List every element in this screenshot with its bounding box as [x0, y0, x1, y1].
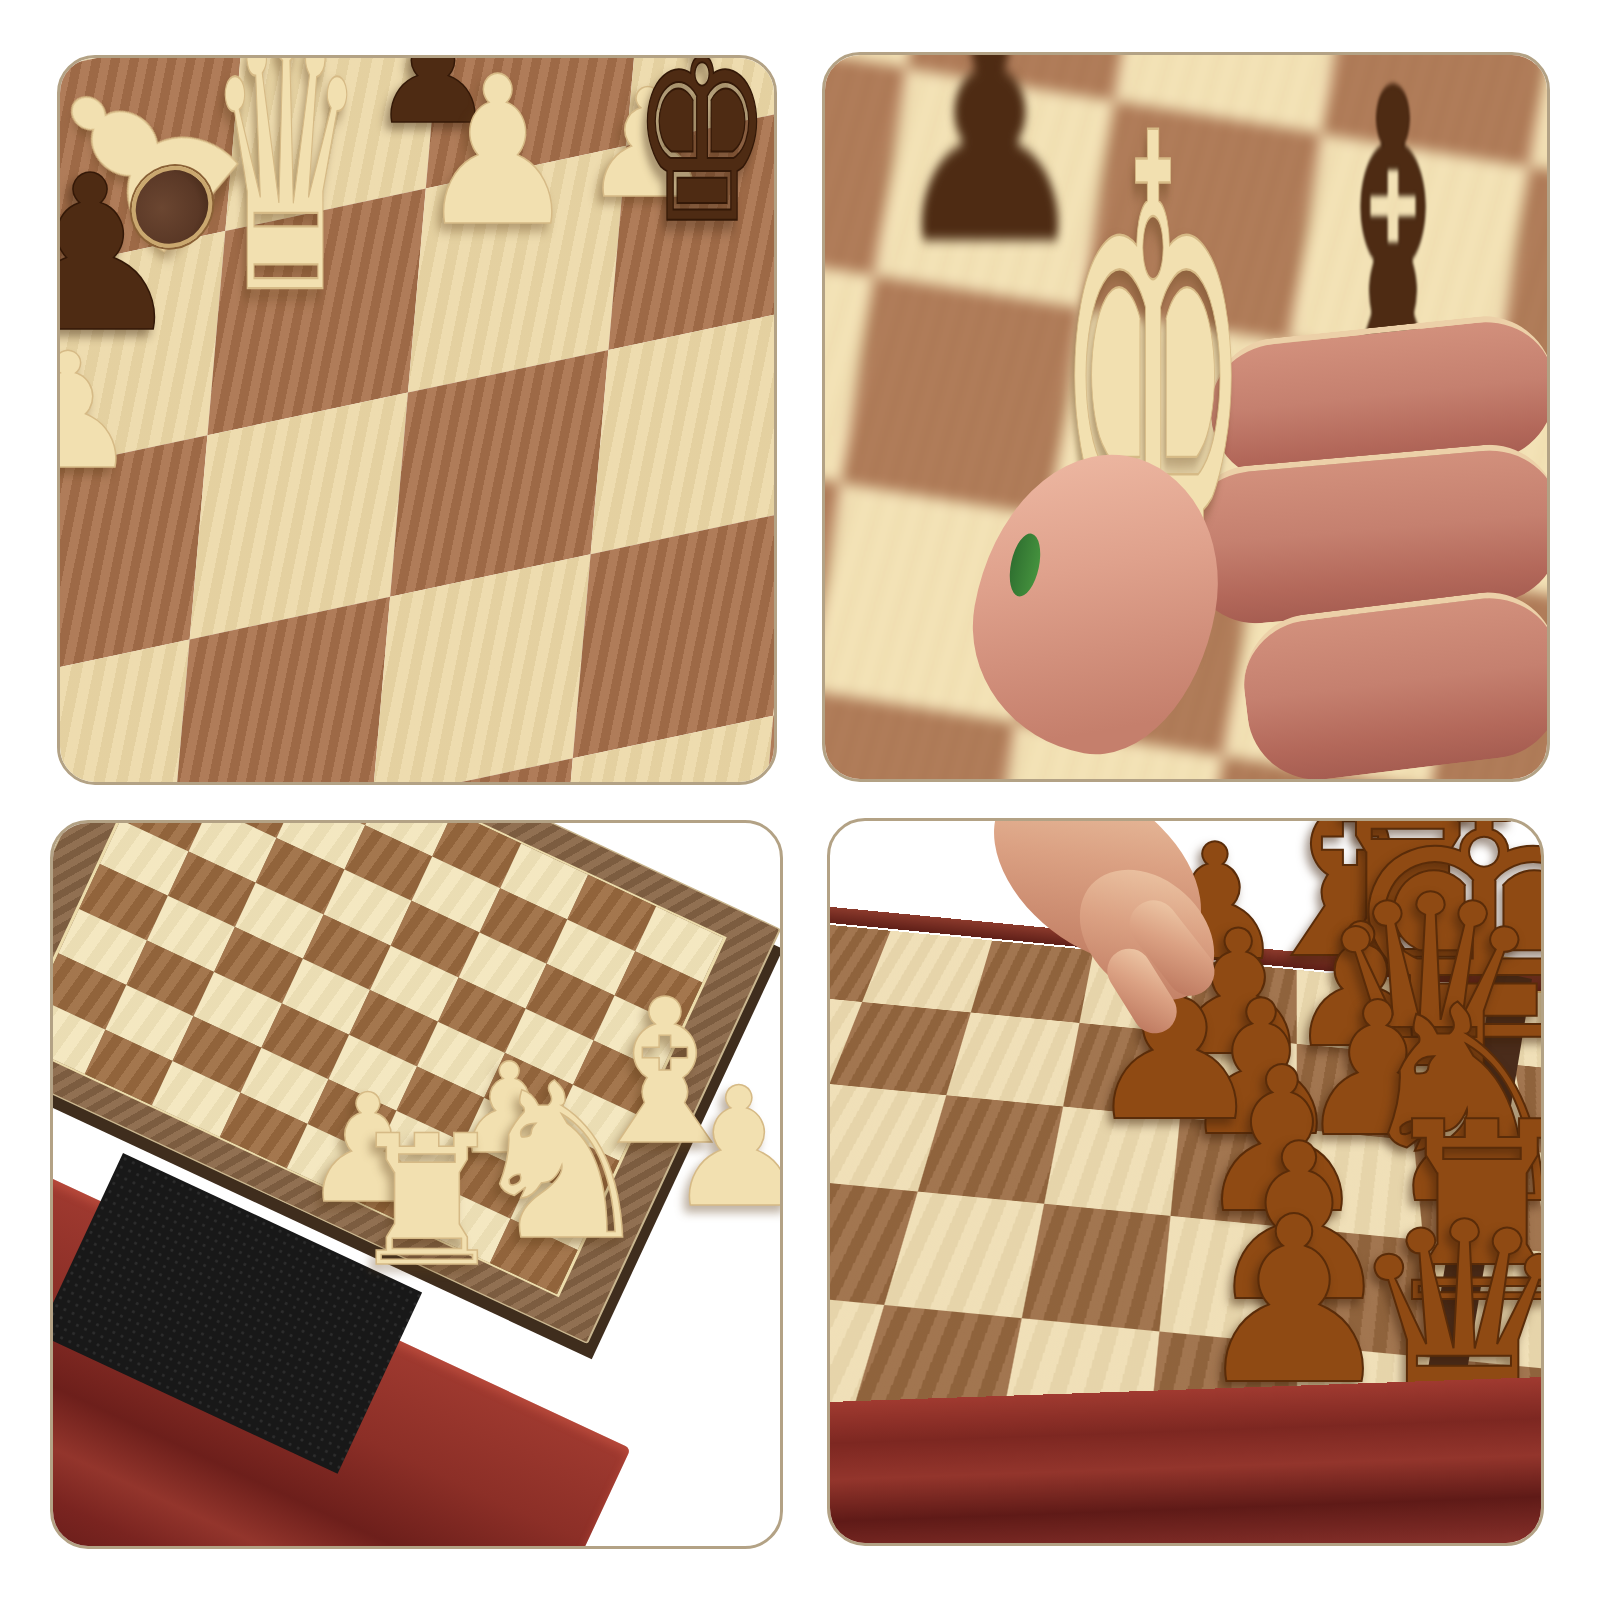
photo-board-on-storage-box: ♟♟♝♟♛♟♟♝♟♟♜♞ — [50, 820, 783, 1549]
storage-box-front — [827, 1375, 1544, 1546]
photo-board-closeup: ♟♟♟♛♟♟♟♚ — [57, 55, 777, 785]
photo-king-in-hand: ♟♝♚ — [822, 52, 1550, 782]
dark-king: ♚ — [632, 55, 772, 260]
light-pawn: ♟ — [665, 1066, 783, 1231]
board-square — [971, 941, 1094, 1023]
light-knight: ♞ — [465, 1055, 658, 1270]
board-square — [1022, 1204, 1171, 1332]
product-photo-collage: ♟♟♟♛♟♟♟♚ ♟♝♚ ♟♟♝♟♛♟♟♝♟♟♜♞ ♟♟♟♟♟♟♝♜♟♛♟♚♞♜… — [0, 0, 1601, 1601]
light-pawn: ♟ — [417, 55, 579, 255]
board-square — [946, 1012, 1079, 1106]
pieces-layer: ♟♟♟♛♟♟♟♚ — [60, 58, 774, 782]
photo-placing-pieces: ♟♟♟♟♟♟♝♜♟♛♟♚♞♜♛♟ — [827, 818, 1544, 1546]
